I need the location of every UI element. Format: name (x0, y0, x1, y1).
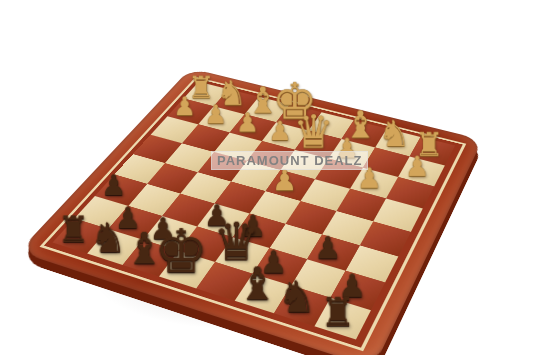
black-knight[interactable]: ♞ (90, 218, 127, 259)
square-e8[interactable]: ♚ (159, 251, 215, 289)
black-king[interactable]: ♚ (154, 222, 208, 283)
white-queen[interactable]: ♛ (294, 109, 335, 155)
white-pawn[interactable]: ♟ (268, 118, 292, 144)
chess-board: ♜♞♝♚♝♞♜♟♟♟♟♛♟♟♟♟♟♟♟♟♟♟♛♟♟♜♞♝♚♝♞♜ (18, 68, 482, 355)
product-photo-scene: ♜♞♝♚♝♞♜♟♟♟♟♛♟♟♟♟♟♟♟♟♟♟♛♟♟♜♞♝♚♝♞♜ (0, 0, 533, 355)
white-pawn[interactable]: ♟ (205, 102, 228, 128)
white-pawn[interactable]: ♟ (236, 110, 259, 136)
watermark: PARAMOUNT DEALZ (211, 151, 368, 170)
board-squares: ♜♞♝♚♝♞♜♟♟♟♟♛♟♟♟♟♟♟♟♟♟♟♛♟♟♜♞♝♚♝♞♜ (53, 82, 457, 341)
black-pawn[interactable]: ♟ (102, 172, 127, 200)
black-bishop[interactable]: ♝ (237, 261, 278, 306)
black-rook[interactable]: ♜ (57, 211, 89, 247)
black-pawn[interactable]: ♟ (315, 234, 342, 264)
square-a8[interactable]: ♜ (314, 298, 370, 340)
board-frame: ♜♞♝♚♝♞♜♟♟♟♟♛♟♟♟♟♟♟♟♟♟♟♛♟♟♜♞♝♚♝♞♜ (18, 68, 482, 355)
square-a4[interactable] (373, 199, 423, 232)
black-rook[interactable]: ♜ (320, 292, 355, 332)
white-knight[interactable]: ♞ (378, 116, 410, 152)
white-pawn[interactable]: ♟ (272, 167, 297, 195)
square-b4[interactable] (336, 189, 386, 222)
black-knight[interactable]: ♞ (277, 275, 316, 319)
white-pawn[interactable]: ♟ (174, 94, 197, 120)
white-pawn[interactable]: ♟ (405, 153, 430, 181)
